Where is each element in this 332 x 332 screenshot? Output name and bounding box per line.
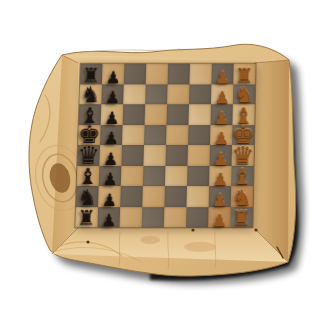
black-rook-icon[interactable]: ♜	[77, 208, 97, 229]
square-c1[interactable]: ♝	[231, 165, 253, 186]
square-e7[interactable]: ♟	[100, 125, 123, 145]
black-pawn-icon[interactable]: ♟	[101, 212, 117, 229]
square-b1[interactable]: ♞	[231, 186, 254, 207]
square-c5[interactable]	[143, 165, 166, 186]
square-f4[interactable]	[167, 104, 189, 124]
square-b5[interactable]	[142, 186, 165, 207]
square-a4[interactable]	[164, 207, 187, 228]
white-pawn-icon[interactable]: ♟	[214, 110, 230, 127]
white-rook-icon[interactable]: ♜	[232, 208, 251, 229]
square-a7[interactable]: ♟	[97, 207, 120, 228]
square-e2[interactable]: ♟	[210, 125, 232, 145]
square-d4[interactable]	[165, 145, 188, 165]
square-c3[interactable]	[187, 165, 210, 186]
square-h1[interactable]: ♜	[233, 64, 255, 84]
white-pawn-icon[interactable]: ♟	[211, 212, 227, 229]
white-pawn-icon[interactable]: ♟	[212, 192, 228, 209]
black-pawn-icon[interactable]: ♟	[101, 192, 117, 209]
square-h6[interactable]	[124, 64, 146, 84]
square-a5[interactable]	[142, 207, 165, 228]
square-e4[interactable]	[166, 125, 189, 145]
square-e5[interactable]	[144, 125, 167, 145]
square-h7[interactable]: ♟	[102, 64, 124, 84]
black-pawn-icon[interactable]: ♟	[102, 171, 118, 188]
black-pawn-icon[interactable]: ♟	[105, 69, 121, 86]
square-c4[interactable]	[165, 165, 188, 186]
square-e6[interactable]	[122, 125, 145, 145]
square-h5[interactable]	[146, 64, 168, 84]
square-g7[interactable]: ♟	[101, 84, 124, 104]
square-d6[interactable]	[121, 145, 144, 165]
white-pawn-icon[interactable]: ♟	[212, 171, 228, 188]
black-pawn-icon[interactable]: ♟	[105, 89, 121, 106]
chess-set-photo: ♜♟♟♜♞♟♟♞♝♟♟♝♚♟♟♚♛♟♟♛♝♟♟♝♞♟♟♞♜♟♟♜	[0, 0, 332, 332]
square-g2[interactable]: ♟	[211, 84, 233, 104]
square-f5[interactable]	[145, 104, 167, 124]
white-pawn-icon[interactable]: ♟	[215, 69, 231, 86]
square-g8[interactable]: ♞	[79, 84, 102, 104]
square-c8[interactable]: ♝	[77, 165, 100, 186]
square-d2[interactable]: ♟	[210, 145, 232, 165]
chess-board: ♜♟♟♜♞♟♟♞♝♟♟♝♚♟♟♚♛♟♟♛♝♟♟♝♞♟♟♞♜♟♟♜	[75, 64, 255, 228]
square-b6[interactable]	[120, 186, 143, 207]
square-a3[interactable]	[186, 207, 209, 228]
square-h4[interactable]	[168, 64, 190, 84]
square-h3[interactable]	[189, 64, 211, 84]
square-g3[interactable]	[189, 84, 211, 104]
square-f2[interactable]: ♟	[210, 104, 232, 124]
square-g4[interactable]	[167, 84, 189, 104]
square-f7[interactable]: ♟	[101, 104, 124, 124]
square-e3[interactable]	[188, 125, 210, 145]
white-pawn-icon[interactable]: ♟	[213, 130, 229, 147]
square-b4[interactable]	[164, 186, 187, 207]
square-c2[interactable]: ♟	[209, 165, 232, 186]
square-f3[interactable]	[189, 104, 211, 124]
black-pawn-icon[interactable]: ♟	[104, 110, 120, 127]
white-pawn-icon[interactable]: ♟	[213, 150, 229, 167]
square-a1[interactable]: ♜	[230, 207, 253, 228]
square-a2[interactable]: ♟	[208, 207, 231, 228]
square-d8[interactable]: ♛	[77, 145, 100, 165]
square-g1[interactable]: ♞	[233, 84, 255, 104]
square-b8[interactable]: ♞	[76, 186, 99, 207]
square-a6[interactable]	[120, 207, 143, 228]
square-f6[interactable]	[123, 104, 146, 124]
square-g5[interactable]	[145, 84, 167, 104]
square-b3[interactable]	[186, 186, 209, 207]
white-pawn-icon[interactable]: ♟	[214, 89, 230, 106]
square-h2[interactable]: ♟	[211, 64, 233, 84]
square-b7[interactable]: ♟	[98, 186, 121, 207]
black-pawn-icon[interactable]: ♟	[103, 130, 119, 147]
square-d3[interactable]	[187, 145, 210, 165]
square-a8[interactable]: ♜	[75, 207, 98, 228]
square-d5[interactable]	[143, 145, 166, 165]
square-h8[interactable]: ♜	[80, 64, 103, 84]
square-b2[interactable]: ♟	[209, 186, 232, 207]
square-g6[interactable]	[123, 84, 145, 104]
square-c6[interactable]	[121, 165, 144, 186]
square-d1[interactable]: ♛	[232, 145, 254, 165]
square-c7[interactable]: ♟	[99, 165, 122, 186]
black-pawn-icon[interactable]: ♟	[103, 150, 119, 167]
square-d7[interactable]: ♟	[99, 145, 122, 165]
